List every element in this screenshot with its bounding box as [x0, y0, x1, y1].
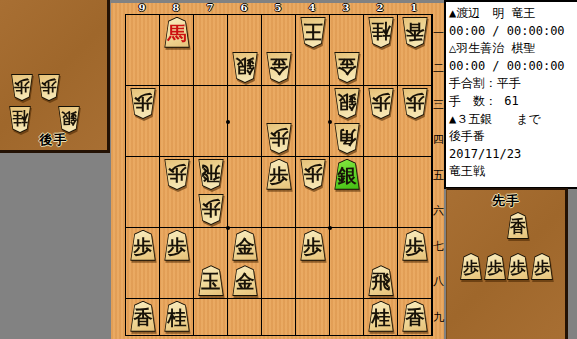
piece-glyph: 歩 — [134, 93, 153, 112]
rank-label: 一 — [433, 26, 444, 41]
board-piece[interactable]: 金 — [333, 52, 361, 83]
rank-label: 八 — [433, 274, 444, 289]
file-label: 3 — [329, 2, 363, 13]
info-line: 竜王戦 — [449, 163, 577, 181]
board-piece[interactable]: 歩 — [299, 230, 327, 261]
star-point — [328, 226, 332, 230]
piece-glyph: 角 — [338, 128, 357, 147]
piece-glyph: 玉 — [202, 272, 221, 291]
board-piece[interactable]: 桂 — [367, 17, 395, 48]
info-line: 手 数： 61 — [449, 93, 577, 111]
piece-glyph: 歩 — [168, 237, 187, 256]
piece-glyph: 歩 — [270, 128, 289, 147]
star-point — [226, 120, 230, 124]
piece-glyph: 歩 — [534, 260, 550, 276]
piece-glyph: 歩 — [406, 237, 425, 256]
hand-piece[interactable]: 歩 — [459, 253, 483, 280]
board-piece[interactable]: 香 — [401, 301, 429, 332]
rank-label: 七 — [433, 239, 444, 254]
piece-glyph: 歩 — [463, 260, 479, 276]
piece-glyph: 馬 — [168, 24, 187, 43]
piece-glyph: 桂 — [372, 22, 391, 41]
board-piece[interactable]: 飛 — [367, 265, 395, 296]
piece-glyph: 香 — [134, 308, 153, 327]
piece-glyph: 歩 — [270, 166, 289, 185]
piece-glyph: 金 — [270, 57, 289, 76]
board-piece[interactable]: 金 — [231, 265, 259, 296]
piece-glyph: 香 — [406, 308, 425, 327]
info-line: 00:00 / 00:00:00 — [449, 23, 577, 41]
board-piece[interactable]: 歩 — [401, 88, 429, 119]
piece-glyph: 飛 — [372, 272, 391, 291]
file-label: 4 — [295, 2, 329, 13]
piece-glyph: 歩 — [202, 199, 221, 218]
star-point — [328, 120, 332, 124]
board-piece[interactable]: 金 — [231, 230, 259, 261]
info-line: ▲３五銀 まで — [449, 111, 577, 129]
board-piece[interactable]: 桂 — [163, 301, 191, 332]
board-piece[interactable]: 歩 — [163, 230, 191, 261]
piece-glyph: 歩 — [304, 237, 323, 256]
board-grid[interactable]: 馬王桂香銀金金歩銀歩歩歩角歩飛歩歩銀歩歩歩金歩歩玉金飛香桂桂香 — [125, 14, 433, 336]
board-piece[interactable]: 歩 — [299, 159, 327, 190]
board-piece[interactable]: 銀 — [333, 88, 361, 119]
file-label: 9 — [125, 2, 159, 13]
board-piece[interactable]: 香 — [401, 17, 429, 48]
hand-piece[interactable]: 桂 — [8, 106, 32, 133]
rank-coordinates: 一二三四五六七八九 — [433, 14, 444, 333]
piece-glyph: 金 — [338, 57, 357, 76]
file-label: 7 — [193, 2, 227, 13]
sente-hand-tray: 先手 香歩歩歩歩 — [446, 188, 568, 339]
board-piece[interactable]: 角 — [333, 123, 361, 154]
piece-glyph: 銀 — [61, 111, 77, 127]
info-line: 2017/11/23 — [449, 146, 577, 164]
piece-glyph: 香 — [406, 22, 425, 41]
board-piece[interactable]: 歩 — [197, 194, 225, 225]
info-line: 手合割：平手 — [449, 75, 577, 93]
piece-glyph: 銀 — [338, 166, 357, 185]
info-line: △羽生善治 棋聖 — [449, 40, 577, 58]
hand-piece[interactable]: 銀 — [57, 106, 81, 133]
file-coordinates: 987654321 — [125, 3, 431, 14]
rank-label: 四 — [433, 132, 444, 147]
board-piece[interactable]: 銀 — [333, 159, 361, 190]
piece-glyph: 歩 — [406, 93, 425, 112]
hand-piece[interactable]: 歩 — [37, 74, 61, 101]
piece-glyph: 王 — [304, 22, 323, 41]
piece-glyph: 歩 — [14, 79, 30, 95]
file-label: 5 — [261, 2, 295, 13]
board-piece[interactable]: 歩 — [265, 159, 293, 190]
sente-tray-label: 先手 — [447, 192, 565, 210]
hand-piece[interactable]: 歩 — [506, 253, 530, 280]
board-piece[interactable]: 香 — [129, 301, 157, 332]
piece-glyph: 歩 — [487, 260, 503, 276]
hand-piece[interactable]: 歩 — [10, 74, 34, 101]
game-info-panel: ▲渡辺 明 竜王00:00 / 00:00:00△羽生善治 棋聖00:00 / … — [444, 0, 577, 189]
board-piece[interactable]: 銀 — [231, 52, 259, 83]
piece-glyph: 桂 — [168, 308, 187, 327]
info-line: ▲渡辺 明 竜王 — [449, 5, 577, 23]
board-piece[interactable]: 歩 — [129, 230, 157, 261]
board-piece[interactable]: 歩 — [401, 230, 429, 261]
info-line: 後手番 — [449, 128, 577, 146]
board-piece[interactable]: 歩 — [367, 88, 395, 119]
piece-glyph: 歩 — [134, 237, 153, 256]
piece-glyph: 歩 — [510, 260, 526, 276]
board-piece[interactable]: 桂 — [367, 301, 395, 332]
hand-piece[interactable]: 歩 — [483, 253, 507, 280]
piece-glyph: 桂 — [12, 111, 28, 127]
piece-glyph: 金 — [236, 272, 255, 291]
gote-tray-label: 後手 — [0, 131, 107, 149]
board-piece[interactable]: 王 — [299, 17, 327, 48]
file-label: 6 — [227, 2, 261, 13]
board-piece[interactable]: 金 — [265, 52, 293, 83]
rank-label: 三 — [433, 97, 444, 112]
board-piece[interactable]: 歩 — [265, 123, 293, 154]
rank-label: 五 — [433, 168, 444, 183]
hand-piece[interactable]: 歩 — [530, 253, 554, 280]
star-point — [226, 226, 230, 230]
board-panel: 987654321 馬王桂香銀金金歩銀歩歩歩角歩飛歩歩銀歩歩歩金歩歩玉金飛香桂桂… — [111, 3, 444, 339]
piece-glyph: 飛 — [202, 164, 221, 183]
file-label: 2 — [363, 2, 397, 13]
board-piece[interactable]: 馬 — [163, 17, 191, 48]
rank-label: 六 — [433, 203, 444, 218]
info-line: 00:00 / 00:00:00 — [449, 58, 577, 76]
board-piece[interactable]: 歩 — [163, 159, 191, 190]
gote-hand-tray: 後手 歩歩桂銀 — [0, 0, 110, 153]
hand-piece[interactable]: 香 — [506, 212, 530, 239]
piece-glyph: 桂 — [372, 308, 391, 327]
piece-glyph: 歩 — [304, 164, 323, 183]
board-piece[interactable]: 飛 — [197, 159, 225, 190]
piece-glyph: 金 — [236, 237, 255, 256]
piece-glyph: 銀 — [236, 57, 255, 76]
rank-label: 九 — [433, 310, 444, 325]
piece-glyph: 歩 — [168, 164, 187, 183]
piece-glyph: 香 — [510, 219, 526, 235]
piece-glyph: 銀 — [338, 93, 357, 112]
file-label: 8 — [159, 2, 193, 13]
rank-label: 二 — [433, 61, 444, 76]
board-piece[interactable]: 玉 — [197, 265, 225, 296]
board-piece[interactable]: 歩 — [129, 88, 157, 119]
file-label: 1 — [397, 2, 431, 13]
piece-glyph: 歩 — [372, 93, 391, 112]
piece-glyph: 歩 — [41, 79, 57, 95]
